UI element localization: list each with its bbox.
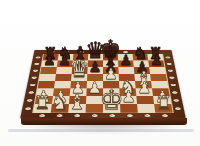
square-a3[interactable] [36, 88, 54, 96]
rank-label-left-3: 3 [28, 91, 34, 93]
file-label-bottom-e: e [109, 114, 115, 117]
rank-label-right-2: 2 [173, 99, 179, 102]
square-e3[interactable] [103, 88, 120, 96]
square-b1[interactable] [51, 104, 69, 112]
square-f3[interactable] [119, 88, 136, 96]
file-label-bottom-h: h [161, 114, 167, 117]
square-e2[interactable] [103, 96, 120, 104]
square-b4[interactable] [54, 81, 71, 88]
file-label-top-c: c [79, 51, 84, 53]
square-b6[interactable] [56, 67, 72, 74]
square-d2[interactable] [86, 96, 103, 104]
rank-label-left-8: 8 [36, 56, 41, 58]
rank-label-right-8: 8 [165, 56, 170, 58]
square-b3[interactable] [53, 88, 70, 96]
file-label-top-e: e [108, 51, 113, 53]
chess-board: aabbccddeeffgghh8877665544332211 [20, 50, 186, 119]
rank-label-right-5: 5 [169, 76, 174, 78]
square-d3[interactable] [86, 88, 103, 96]
file-label-bottom-a: a [39, 114, 45, 117]
square-g1[interactable] [137, 104, 155, 112]
square-e6[interactable] [103, 67, 119, 74]
file-label-bottom-c: c [74, 114, 80, 117]
rank-label-left-6: 6 [33, 69, 38, 71]
square-b2[interactable] [52, 96, 70, 104]
square-f2[interactable] [120, 96, 137, 104]
file-label-bottom-f: f [126, 114, 132, 117]
rank-label-right-4: 4 [170, 84, 176, 86]
file-label-top-d: d [93, 51, 98, 53]
rank-label-right-1: 1 [175, 107, 181, 110]
file-label-bottom-b: b [56, 114, 62, 117]
rank-label-left-1: 1 [25, 107, 31, 110]
file-label-top-a: a [49, 51, 54, 53]
rank-label-right-7: 7 [167, 63, 172, 65]
square-a1[interactable] [33, 104, 52, 112]
rank-label-left-5: 5 [32, 76, 37, 78]
rank-label-right-6: 6 [168, 69, 173, 71]
square-g5[interactable] [134, 74, 151, 81]
square-h6[interactable] [149, 67, 166, 74]
square-g3[interactable] [136, 88, 153, 96]
square-c2[interactable] [69, 96, 86, 104]
square-d1[interactable] [86, 104, 103, 112]
board-front-edge [21, 118, 187, 125]
square-a5[interactable] [39, 74, 56, 81]
table-edge-line [8, 129, 194, 132]
rank-label-right-3: 3 [172, 91, 178, 93]
square-e4[interactable] [103, 81, 119, 88]
square-f5[interactable] [119, 74, 135, 81]
square-f6[interactable] [118, 67, 134, 74]
square-d6[interactable] [87, 67, 103, 74]
square-h4[interactable] [151, 81, 168, 88]
square-a2[interactable] [35, 96, 53, 104]
square-a4[interactable] [38, 81, 55, 88]
square-c4[interactable] [70, 81, 87, 88]
square-g4[interactable] [135, 81, 152, 88]
square-h2[interactable] [153, 96, 171, 104]
file-label-top-b: b [64, 51, 69, 53]
chessboard-photo: aabbccddeeffgghh8877665544332211 ♜♞♝♛♚♞♜… [0, 0, 200, 146]
square-d5[interactable] [87, 74, 103, 81]
square-f1[interactable] [120, 104, 138, 112]
rank-label-left-2: 2 [27, 99, 33, 102]
square-a6[interactable] [40, 67, 57, 74]
square-h5[interactable] [150, 74, 167, 81]
square-c3[interactable] [70, 88, 87, 96]
square-e5[interactable] [103, 74, 119, 81]
square-h3[interactable] [152, 88, 170, 96]
square-d4[interactable] [87, 81, 103, 88]
rank-label-left-7: 7 [34, 63, 39, 65]
square-g2[interactable] [136, 96, 154, 104]
square-c1[interactable] [68, 104, 86, 112]
square-f4[interactable] [119, 81, 136, 88]
square-c6[interactable] [72, 67, 88, 74]
square-c5[interactable] [71, 74, 87, 81]
square-b5[interactable] [55, 74, 72, 81]
file-label-bottom-d: d [91, 114, 97, 117]
square-h1[interactable] [154, 104, 173, 112]
file-label-top-f: f [123, 51, 128, 53]
board-grid [33, 54, 172, 112]
square-e1[interactable] [103, 104, 120, 112]
square-g6[interactable] [134, 67, 150, 74]
rank-label-left-4: 4 [30, 84, 36, 86]
file-label-bottom-g: g [144, 114, 150, 117]
file-label-top-g: g [137, 51, 142, 53]
file-label-top-h: h [152, 51, 157, 53]
